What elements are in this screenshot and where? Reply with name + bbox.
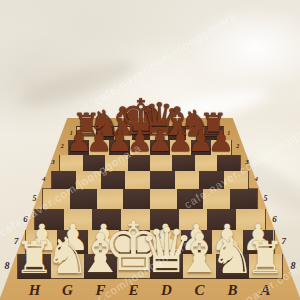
file-label-e: E: [117, 282, 150, 299]
file-labels: H G F E D C B A: [18, 278, 282, 300]
rank-label-7: 7: [282, 236, 287, 246]
square-a8: ♜: [249, 254, 282, 279]
file-label-c: C: [183, 282, 216, 299]
chess-board: ♜♞♝♚♛♝♞♜♟♟♟♟♟♟♟♟♟♟♟♟♟♟♟♟♜♞♝♚♛♝♞♜ H G F E…: [0, 118, 300, 300]
square-f4: [101, 171, 126, 189]
rank-label-4: 4: [42, 175, 46, 183]
square-b4: [199, 171, 224, 189]
rank-label-6: 6: [23, 214, 28, 224]
rank-label-1: 1: [227, 130, 230, 136]
square-f5: [97, 189, 124, 209]
rank-label-2: 2: [236, 143, 239, 149]
rank-label-4: 4: [254, 175, 258, 183]
square-c5: [177, 189, 204, 209]
board-row: ♜♞♝♚♛♝♞♜: [17, 254, 283, 279]
square-g4: [76, 171, 101, 189]
square-e5: [123, 189, 150, 209]
square-a5: [230, 189, 257, 209]
file-label-d: D: [150, 282, 183, 299]
square-c4: [175, 171, 200, 189]
rank-label-2: 2: [61, 143, 64, 149]
square-d5: [150, 189, 177, 209]
file-label-h: H: [18, 282, 51, 299]
rank-label-3: 3: [245, 158, 249, 166]
square-h4: [52, 171, 77, 189]
square-d4: [150, 171, 175, 189]
file-label-f: F: [84, 282, 117, 299]
piece-white-rook: ♜: [246, 238, 285, 278]
square-b5: [203, 189, 230, 209]
board-row: ♟♟♟♟♟♟♟♟: [68, 140, 232, 155]
square-a2: ♟: [211, 140, 231, 155]
board-row: [51, 171, 249, 189]
square-b8: ♞: [216, 254, 249, 279]
rank-label-8: 8: [5, 260, 10, 271]
rank-label-7: 7: [14, 236, 19, 246]
square-g5: [70, 189, 97, 209]
square-e4: [125, 171, 150, 189]
rank-label-5: 5: [33, 194, 37, 203]
rank-label-6: 6: [272, 214, 277, 224]
square-h5: [43, 189, 70, 209]
rank-label-5: 5: [263, 194, 267, 203]
photo-background: ♜♞♝♚♛♝♞♜♟♟♟♟♟♟♟♟♟♟♟♟♟♟♟♟♜♞♝♚♛♝♞♜ H G F E…: [0, 0, 300, 300]
file-label-a: A: [249, 282, 282, 299]
rank-label-8: 8: [291, 260, 296, 271]
rank-label-1: 1: [70, 130, 73, 136]
file-label-g: G: [51, 282, 84, 299]
square-a4: [224, 171, 249, 189]
file-label-b: B: [216, 282, 249, 299]
board-rows: ♜♞♝♚♛♝♞♜♟♟♟♟♟♟♟♟♟♟♟♟♟♟♟♟♜♞♝♚♛♝♞♜: [0, 126, 300, 279]
rank-label-3: 3: [51, 158, 55, 166]
board-row: [42, 189, 257, 209]
